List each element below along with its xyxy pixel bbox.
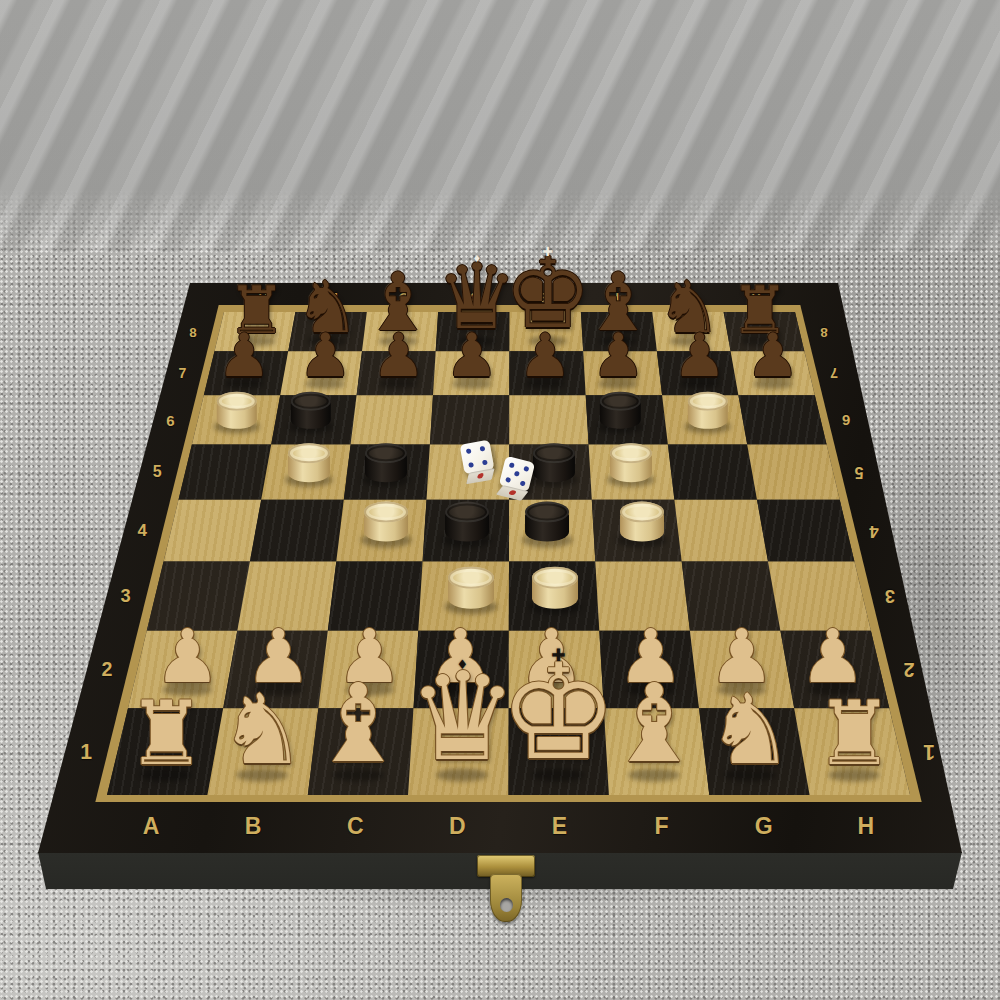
checker-light[interactable] — [610, 443, 652, 482]
die-pip — [504, 476, 511, 483]
piece-black-pawn[interactable]: ♟ — [445, 327, 499, 387]
checker-light[interactable] — [532, 566, 578, 608]
piece-black-pawn[interactable]: ♟ — [298, 327, 352, 387]
checker-light[interactable] — [688, 392, 728, 429]
die-pip — [519, 480, 526, 487]
piece-black-pawn[interactable]: ♟ — [518, 327, 572, 387]
checker-light[interactable] — [448, 566, 494, 608]
file-label-bottom-F: F — [655, 813, 669, 840]
rank-label-left-7: 7 — [178, 365, 186, 381]
piece-black-pawn[interactable]: ♟ — [746, 327, 800, 387]
piece-white-rook[interactable]: ♜ — [127, 690, 206, 778]
checker-top — [532, 566, 578, 588]
piece-white-king[interactable]: ♚ — [499, 646, 617, 778]
checker-top — [448, 566, 494, 588]
piece-white-rook[interactable]: ♜ — [815, 690, 894, 778]
rank-label-left-4: 4 — [138, 521, 148, 541]
checker-dark[interactable] — [533, 443, 575, 482]
rank-label-right-1: 1 — [923, 740, 935, 764]
file-label-bottom-C: C — [347, 813, 364, 840]
rank-label-left-8: 8 — [189, 324, 196, 339]
checker-top — [525, 501, 569, 522]
chess-board: AABBCCDDEEFFGGHH1122334455667788♜♞♝♛♦♚✚♝… — [0, 0, 1000, 1000]
rank-label-right-3: 3 — [885, 585, 895, 607]
piece-black-pawn[interactable]: ♟ — [372, 327, 426, 387]
file-label-bottom-D: D — [449, 813, 466, 840]
brass-latch-hole — [500, 898, 513, 912]
king-finial: ✚ — [551, 646, 565, 663]
checker-top — [288, 443, 330, 463]
rank-label-right-5: 5 — [855, 463, 864, 481]
checker-dark[interactable] — [365, 443, 407, 482]
file-label-bottom-G: G — [755, 813, 773, 840]
piece-white-knight[interactable]: ♞ — [219, 681, 306, 778]
checker-light[interactable] — [620, 501, 664, 541]
die-pip — [513, 471, 520, 478]
rank-label-right-8: 8 — [820, 324, 827, 339]
die-1[interactable] — [459, 440, 494, 475]
piece-white-knight[interactable]: ♞ — [707, 681, 794, 778]
file-label-bottom-B: B — [245, 813, 262, 840]
checker-top — [610, 443, 652, 463]
die-red-pip — [477, 474, 484, 480]
checker-top — [445, 501, 489, 522]
checker-light[interactable] — [364, 501, 408, 541]
checker-light[interactable] — [288, 443, 330, 482]
rank-label-left-5: 5 — [153, 463, 162, 481]
checker-light[interactable] — [217, 392, 257, 429]
king-finial: ✚ — [542, 246, 553, 259]
checker-top — [533, 443, 575, 463]
piece-black-pawn[interactable]: ♟ — [592, 327, 646, 387]
queen-finial: ♦ — [457, 658, 469, 671]
rank-label-left-2: 2 — [102, 658, 113, 681]
file-label-bottom-A: A — [143, 813, 160, 840]
checker-dark[interactable] — [600, 392, 640, 429]
die-pip — [466, 448, 472, 454]
piece-black-pawn[interactable]: ♟ — [673, 327, 727, 387]
die-pip — [479, 446, 485, 452]
rank-label-right-2: 2 — [903, 658, 914, 681]
die-pip — [522, 465, 529, 472]
piece-white-bishop[interactable]: ♝ — [606, 670, 703, 778]
checker-top — [620, 501, 664, 522]
piece-white-bishop[interactable]: ♝ — [310, 670, 407, 778]
checker-dark[interactable] — [445, 501, 489, 541]
checker-dark[interactable] — [525, 501, 569, 541]
die-pip — [468, 462, 474, 468]
checker-top — [364, 501, 408, 522]
die-red-pip — [507, 490, 516, 496]
rank-label-left-6: 6 — [166, 411, 174, 428]
queen-finial: ♦ — [472, 254, 481, 264]
file-label-bottom-E: E — [552, 813, 567, 840]
file-label-bottom-H: H — [858, 813, 875, 840]
rank-label-right-6: 6 — [842, 411, 850, 428]
piece-black-pawn[interactable]: ♟ — [217, 327, 271, 387]
rank-label-left-3: 3 — [121, 585, 131, 607]
die-pip — [508, 462, 515, 469]
die-pip — [482, 460, 488, 466]
rank-label-left-1: 1 — [80, 740, 92, 764]
checker-top — [365, 443, 407, 463]
rank-label-right-4: 4 — [869, 521, 879, 541]
rank-label-right-7: 7 — [830, 365, 838, 381]
checker-dark[interactable] — [290, 392, 330, 429]
